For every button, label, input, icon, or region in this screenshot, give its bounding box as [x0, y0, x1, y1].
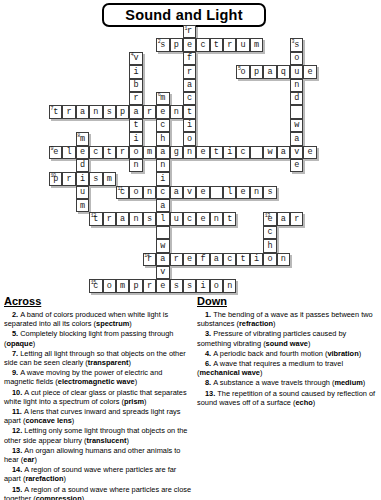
cell-r12c7[interactable]: n [143, 186, 156, 199]
cell-letter: u [174, 215, 179, 224]
cell-letter: r [67, 108, 72, 117]
down-answer-3: sound wave [266, 339, 308, 348]
cell-letter: s [107, 108, 112, 117]
cell-letter: i [133, 68, 138, 77]
cell-r14c5[interactable]: a [116, 212, 129, 225]
cell-letter: e [160, 282, 165, 291]
cell-letter: e [187, 255, 192, 264]
cell-r17c8[interactable]: a [156, 253, 169, 266]
cell-r17c13[interactable]: c [223, 253, 236, 266]
cell-letter: t [187, 108, 192, 117]
cell-r6c0[interactable]: 7t [49, 105, 62, 118]
cell-letter: v [133, 54, 138, 63]
cell-r1c13[interactable]: r [223, 38, 236, 51]
cell-r9c19[interactable]: e [303, 146, 316, 159]
down-clue-13: 13. The repetition of a sound caused by … [197, 389, 378, 407]
cell-r15c8[interactable] [156, 226, 169, 239]
cell-letter: c [241, 148, 246, 157]
cell-letter: a [294, 135, 299, 144]
cell-r11c3[interactable]: s [89, 172, 102, 185]
cell-letter: n [254, 188, 259, 197]
cell-letter: s [160, 41, 165, 50]
cell-r12c15[interactable]: n [250, 186, 263, 199]
cell-r1c15[interactable]: m [250, 38, 263, 51]
across-clue-9: 9. A wave moving by the power of electri… [4, 368, 193, 386]
cell-letter: a [120, 215, 125, 224]
cell-letter: r [187, 27, 192, 36]
cell-r1c12[interactable]: t [210, 38, 223, 51]
cell-r1c11[interactable]: c [196, 38, 209, 51]
across-clues-section: Across 2. A band of colors produced when… [4, 295, 193, 500]
cell-letter: o [187, 135, 192, 144]
cell-letter: e [241, 188, 246, 197]
cell-letter: t [214, 41, 219, 50]
cell-letter: v [187, 188, 192, 197]
across-clue-list: 2. A band of colors produced when white … [4, 310, 193, 500]
cell-r3c14[interactable]: 5o [236, 65, 249, 78]
cell-letter: r [147, 108, 152, 117]
cell-letter: c [227, 255, 232, 264]
cell-letter: t [107, 148, 112, 157]
cell-letter: o [133, 188, 138, 197]
cell-r3c6[interactable]: i [129, 65, 142, 78]
cell-letter: n [281, 255, 286, 264]
across-answer-11: concave lens [25, 416, 71, 425]
cell-r14c8[interactable]: l [156, 212, 169, 225]
cell-r1c8[interactable]: 2s [156, 38, 169, 51]
clue-number: 6 [158, 92, 161, 98]
cell-r9c17[interactable]: a [277, 146, 290, 159]
cell-r8c8[interactable]: h [156, 132, 169, 145]
cell-r5c8[interactable]: 6m [156, 92, 169, 105]
cell-letter: n [93, 108, 98, 117]
cell-letter: r [187, 68, 192, 77]
cell-r17c9[interactable]: r [170, 253, 183, 266]
across-clue-10: 10. A cut piece of clear glass or plasti… [4, 388, 193, 406]
cell-letter: h [267, 242, 272, 251]
cell-letter: t [53, 108, 58, 117]
clue-number: 10 [51, 173, 56, 179]
cell-letter: u [80, 188, 85, 197]
down-clue-4: 4. A periodic back and fourth motion (vi… [197, 349, 378, 358]
cell-r19c9[interactable]: s [170, 279, 183, 292]
cell-r9c6[interactable]: o [129, 146, 142, 159]
cell-letter: n [227, 282, 232, 291]
down-clue-8: 8. A substance a wave travels through (m… [197, 378, 378, 387]
clue-number: 13 [265, 213, 270, 219]
cell-r6c10[interactable]: t [183, 105, 196, 118]
clue-number: 8 [77, 133, 80, 139]
cell-letter: u [241, 41, 246, 50]
cell-r6c18[interactable] [290, 105, 303, 118]
cell-letter: t [214, 148, 219, 157]
cell-r6c3[interactable]: n [89, 105, 102, 118]
across-clue-12: 12. Letting only some light through that… [4, 426, 193, 444]
across-clue-11: 11. A lens that curves inward and spread… [4, 407, 193, 425]
cell-letter: a [160, 202, 165, 211]
across-answer-7: transparent [88, 358, 129, 367]
cell-r12c14[interactable]: e [236, 186, 249, 199]
worksheet-page: Sound and Light 1r2spectrum3s4vfoir5opaq… [0, 0, 381, 500]
cell-letter: e [308, 68, 313, 77]
cell-r12c11[interactable]: e [196, 186, 209, 199]
cell-r14c13[interactable]: t [223, 212, 236, 225]
cell-r12c13[interactable]: l [223, 186, 236, 199]
cell-letter: e [160, 108, 165, 117]
cell-r5c10[interactable]: c [183, 92, 196, 105]
cell-letter: o [241, 68, 246, 77]
cell-r12c6[interactable]: o [129, 186, 142, 199]
cell-r4c6[interactable]: b [129, 79, 142, 92]
cell-letter: t [133, 121, 138, 130]
across-clue-14: 14. A region of sound wave where particl… [4, 465, 193, 483]
cell-letter: s [174, 282, 179, 291]
cell-letter: a [214, 255, 219, 264]
cell-r8c6[interactable]: i [129, 132, 142, 145]
cell-letter: o [107, 282, 112, 291]
cell-letter: p [133, 282, 138, 291]
cell-r6c1[interactable]: r [62, 105, 75, 118]
cell-letter: m [120, 282, 125, 291]
cell-r13c8[interactable]: a [156, 199, 169, 212]
cell-r3c15[interactable]: p [250, 65, 263, 78]
cell-letter: e [80, 148, 85, 157]
cell-r6c5[interactable]: p [116, 105, 129, 118]
cell-letter: o [267, 255, 272, 264]
cell-r17c15[interactable]: i [250, 253, 263, 266]
cell-r8c2[interactable]: 8m [76, 132, 89, 145]
cell-r5c6[interactable]: r [129, 92, 142, 105]
cell-r17c7[interactable]: 14r [143, 253, 156, 266]
crossword-grid: 1r2spectrum3s4vfoir5opaquebanr6mcd7trans… [49, 25, 317, 293]
cell-letter: r [147, 282, 152, 291]
cell-r10c2[interactable]: d [76, 159, 89, 172]
cell-r9c10[interactable]: n [183, 146, 196, 159]
cell-r16c8[interactable]: w [156, 239, 169, 252]
cell-letter: s [267, 188, 272, 197]
cell-letter: r [67, 175, 72, 184]
cell-r2c18[interactable]: o [290, 52, 303, 65]
cell-letter: d [294, 94, 299, 103]
cell-r6c4[interactable]: s [103, 105, 116, 118]
cell-letter: p [254, 68, 259, 77]
cell-letter: n [214, 215, 219, 224]
cell-letter: r [294, 215, 299, 224]
cell-r9c16[interactable]: w [263, 146, 276, 159]
cell-letter: l [227, 188, 232, 197]
cell-r11c4[interactable]: m [103, 172, 116, 185]
cell-letter: v [294, 148, 299, 157]
cell-letter: u [294, 68, 299, 77]
cell-r7c10[interactable]: i [183, 119, 196, 132]
cell-r10c18[interactable]: e [290, 159, 303, 172]
cell-r12c12[interactable] [210, 186, 223, 199]
cell-letter: c [187, 215, 192, 224]
cell-letter: q [281, 68, 286, 77]
cell-r3c10[interactable]: r [183, 65, 196, 78]
clue-number: 15 [91, 280, 96, 286]
cell-letter: n [133, 161, 138, 170]
cell-r7c8[interactable]: c [156, 119, 169, 132]
puzzle-title: Sound and Light [102, 3, 266, 27]
down-clue-list: 1. The bending of a wave as it passes be… [197, 310, 378, 407]
cell-letter: e [200, 188, 205, 197]
cell-letter: t [241, 255, 246, 264]
cell-r3c18[interactable]: u [290, 65, 303, 78]
cell-letter: v [160, 268, 165, 277]
cell-letter: s [93, 175, 98, 184]
cell-letter: e [200, 148, 205, 157]
cell-letter: m [80, 135, 85, 144]
cell-letter: h [160, 135, 165, 144]
cell-letter: a [160, 148, 165, 157]
down-clue-1: 1. The bending of a wave as it passes be… [197, 310, 378, 328]
cell-r14c3[interactable]: 12t [89, 212, 102, 225]
across-answer-9: electromagnetic wave [58, 377, 135, 386]
clue-number: 2 [158, 39, 161, 45]
across-answer-14: rarefaction [25, 474, 63, 483]
cell-r9c7[interactable]: m [143, 146, 156, 159]
cell-r9c13[interactable]: i [223, 146, 236, 159]
cell-r1c18[interactable]: 3s [290, 38, 303, 51]
cell-r14c6[interactable]: n [129, 212, 142, 225]
cell-letter: a [281, 148, 286, 157]
cell-letter: l [160, 215, 165, 224]
cell-letter: o [214, 282, 219, 291]
down-answer-8: medium [334, 378, 362, 387]
cell-r1c10[interactable]: e [183, 38, 196, 51]
cell-letter: r [120, 148, 125, 157]
cell-r19c11[interactable]: i [196, 279, 209, 292]
cell-r19c13[interactable]: n [223, 279, 236, 292]
cell-r9c11[interactable]: e [196, 146, 209, 159]
cell-letter: w [160, 242, 165, 251]
across-answer-2: spectrum [96, 319, 129, 328]
cell-letter: b [133, 81, 138, 90]
cell-letter: f [200, 255, 205, 264]
cell-r6c9[interactable]: n [170, 105, 183, 118]
cell-r19c10[interactable]: s [183, 279, 196, 292]
cell-r10c6[interactable]: n [129, 159, 142, 172]
cell-letter: t [227, 215, 232, 224]
cell-r12c10[interactable]: v [183, 186, 196, 199]
cell-r15c16[interactable]: c [263, 226, 276, 239]
cell-r14c17[interactable]: a [277, 212, 290, 225]
cell-r9c14[interactable]: c [236, 146, 249, 159]
across-answer-10: prism [124, 397, 144, 406]
cell-r19c3[interactable]: 15c [89, 279, 102, 292]
cell-letter: i [187, 121, 192, 130]
across-clue-2: 2. A band of colors produced when white … [4, 310, 193, 328]
cell-r14c11[interactable]: e [196, 212, 209, 225]
cell-r19c6[interactable]: p [129, 279, 142, 292]
cell-r9c3[interactable]: c [89, 146, 102, 159]
cell-letter: a [174, 188, 179, 197]
clue-number: 14 [144, 253, 149, 259]
cell-letter: n [133, 215, 138, 224]
cell-r14c18[interactable]: r [290, 212, 303, 225]
cell-r8c18[interactable]: a [290, 132, 303, 145]
cell-r11c8[interactable]: i [156, 172, 169, 185]
cell-letter: n [160, 161, 165, 170]
cell-r6c7[interactable]: r [143, 105, 156, 118]
down-answer-4: vibration [327, 349, 358, 358]
cell-letter: c [160, 121, 165, 130]
down-answer-1: refraction [239, 319, 273, 328]
cell-r16c16[interactable]: h [263, 239, 276, 252]
cell-r1c9[interactable]: p [170, 38, 183, 51]
cell-r3c19[interactable]: e [303, 65, 316, 78]
cell-letter: i [227, 148, 232, 157]
cell-letter: s [187, 282, 192, 291]
cell-r17c14[interactable]: t [236, 253, 249, 266]
cell-letter: r [174, 255, 179, 264]
cell-r17c17[interactable]: n [277, 253, 290, 266]
cell-r9c0[interactable]: 9e [49, 146, 62, 159]
clue-number: 4 [131, 52, 134, 58]
across-clue-13: 13. An organ allowing humans and other a… [4, 446, 193, 464]
cell-r14c4[interactable]: r [103, 212, 116, 225]
cell-r9c2[interactable]: e [76, 146, 89, 159]
cell-r18c8[interactable]: v [156, 266, 169, 279]
cell-r11c0[interactable]: 10p [49, 172, 62, 185]
cell-r7c6[interactable]: t [129, 119, 142, 132]
cell-r10c8[interactable]: n [156, 159, 169, 172]
down-answer-6: mechanical wave [199, 368, 259, 377]
cell-letter: e [308, 148, 313, 157]
cell-letter: a [281, 215, 286, 224]
cell-r9c8[interactable]: a [156, 146, 169, 159]
cell-r19c5[interactable]: m [116, 279, 129, 292]
cell-r9c12[interactable]: t [210, 146, 223, 159]
cell-r9c1[interactable]: l [62, 146, 75, 159]
cell-r14c10[interactable]: c [183, 212, 196, 225]
cell-r2c10[interactable]: f [183, 52, 196, 65]
cell-letter: n [187, 148, 192, 157]
clue-number: 3 [292, 39, 295, 45]
cell-r17c11[interactable]: f [196, 253, 209, 266]
cell-r13c2[interactable]: m [76, 199, 89, 212]
cell-letter: a [160, 255, 165, 264]
cell-letter: m [147, 148, 152, 157]
across-answer-13: ear [23, 455, 34, 464]
cell-letter: i [133, 135, 138, 144]
cell-r5c18[interactable]: d [290, 92, 303, 105]
cell-letter: i [80, 175, 85, 184]
down-clue-3: 3. Pressure of vibrating particles cause… [197, 329, 378, 347]
down-answer-13: echo [295, 398, 312, 407]
clue-number: 11 [117, 186, 122, 192]
clue-number: 1 [184, 26, 187, 32]
clue-number: 7 [51, 106, 54, 112]
cell-letter: d [80, 161, 85, 170]
cell-letter: s [294, 41, 299, 50]
cell-r6c2[interactable]: a [76, 105, 89, 118]
clue-number: 12 [91, 213, 96, 219]
cell-r19c4[interactable]: o [103, 279, 116, 292]
cell-letter: a [267, 68, 272, 77]
cell-letter: e [294, 161, 299, 170]
cell-r4c10[interactable]: a [183, 79, 196, 92]
cell-letter: r [133, 94, 138, 103]
cell-letter: w [267, 148, 272, 157]
cell-r19c8[interactable]: e [156, 279, 169, 292]
cell-letter: i [200, 282, 205, 291]
cell-letter: w [294, 121, 299, 130]
clue-number: 9 [51, 146, 54, 152]
cell-letter: e [200, 215, 205, 224]
cell-letter: a [80, 108, 85, 117]
cell-r4c18[interactable]: n [290, 79, 303, 92]
cell-letter: a [187, 81, 192, 90]
cell-letter: r [107, 215, 112, 224]
cell-r1c14[interactable]: u [236, 38, 249, 51]
cell-r6c8[interactable]: e [156, 105, 169, 118]
cell-r12c2[interactable]: u [76, 186, 89, 199]
cell-r12c5[interactable]: 11c [116, 186, 129, 199]
down-clue-6: 6. A wave that requires a medium to trav… [197, 359, 378, 377]
cell-r9c4[interactable]: t [103, 146, 116, 159]
cell-letter: e [187, 41, 192, 50]
cell-r7c18[interactable]: w [290, 119, 303, 132]
cell-r3c16[interactable]: a [263, 65, 276, 78]
cell-r6c6[interactable]: a [129, 105, 142, 118]
cell-letter: p [120, 108, 125, 117]
cell-r12c9[interactable]: a [170, 186, 183, 199]
cell-r9c9[interactable]: g [170, 146, 183, 159]
cell-r11c1[interactable]: r [62, 172, 75, 185]
cell-letter: m [160, 94, 165, 103]
across-answer-5: opaque [6, 339, 32, 348]
cell-r17c12[interactable]: a [210, 253, 223, 266]
cell-letter: s [147, 215, 152, 224]
cell-letter: n [174, 108, 179, 117]
cell-r8c10[interactable]: o [183, 132, 196, 145]
cell-letter: n [147, 188, 152, 197]
cell-r14c12[interactable]: n [210, 212, 223, 225]
cell-letter: g [174, 148, 179, 157]
cell-r17c16[interactable]: o [263, 253, 276, 266]
cell-r11c2[interactable]: i [76, 172, 89, 185]
cell-letter: n [294, 81, 299, 90]
cell-r19c7[interactable]: r [143, 279, 156, 292]
cell-letter: i [160, 175, 165, 184]
cell-r9c15[interactable] [250, 146, 263, 159]
cell-r17c10[interactable]: e [183, 253, 196, 266]
cell-r12c8[interactable]: c [156, 186, 169, 199]
cell-letter: o [133, 148, 138, 157]
cell-r9c18[interactable]: v [290, 146, 303, 159]
cell-letter: m [80, 202, 85, 211]
cell-r3c17[interactable]: q [277, 65, 290, 78]
cell-letter: c [160, 188, 165, 197]
cell-letter: p [174, 41, 179, 50]
cell-r12c16[interactable]: s [263, 186, 276, 199]
across-clue-15: 15. A region of a sound wave where parti… [4, 485, 193, 500]
cell-letter: f [187, 54, 192, 63]
cell-r0c10[interactable]: 1r [183, 25, 196, 38]
cell-r14c7[interactable]: s [143, 212, 156, 225]
cell-r9c5[interactable]: r [116, 146, 129, 159]
cell-letter: m [107, 175, 112, 184]
cell-r19c12[interactable]: o [210, 279, 223, 292]
cell-r2c6[interactable]: 4v [129, 52, 142, 65]
cell-r14c9[interactable]: u [170, 212, 183, 225]
cell-letter: a [133, 108, 138, 117]
cell-r14c16[interactable]: 13e [263, 212, 276, 225]
cell-letter: i [254, 255, 259, 264]
down-header: Down [197, 295, 378, 307]
